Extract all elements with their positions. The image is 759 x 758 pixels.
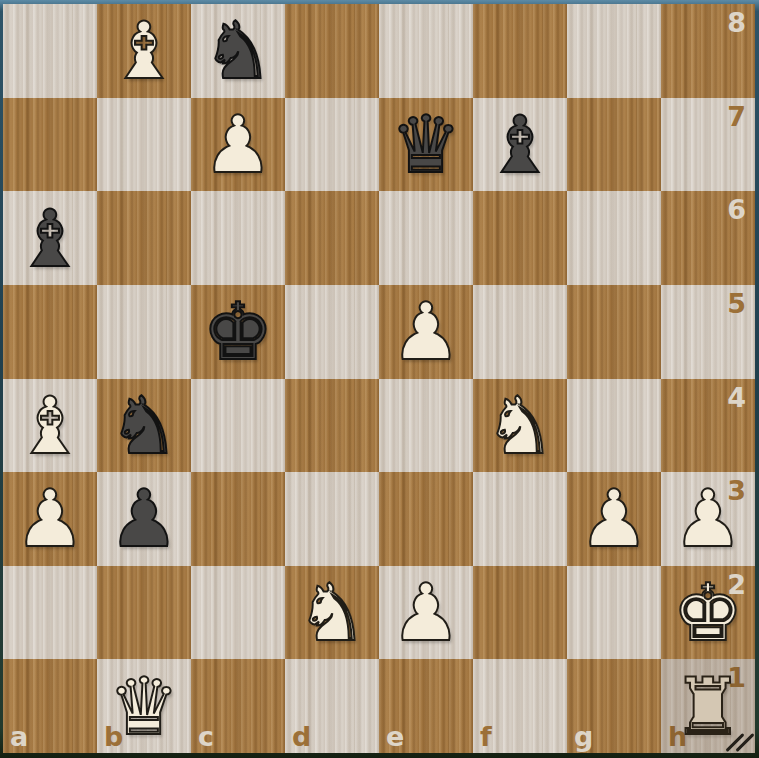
black-bishop[interactable]: ♝ [3,192,97,285]
square-h2[interactable]: 2♚ [661,566,755,660]
square-e3[interactable] [379,472,473,566]
square-g5[interactable] [567,285,661,379]
rank-label-8: 8 [727,9,746,36]
square-g7[interactable] [567,98,661,192]
square-g3[interactable]: ♟ [567,472,661,566]
file-label-f: f [480,723,492,750]
rank-label-7: 7 [727,103,746,130]
square-d8[interactable] [285,4,379,98]
square-c5[interactable]: ♚ [191,285,285,379]
square-b5[interactable] [97,285,191,379]
square-d5[interactable] [285,285,379,379]
black-queen[interactable]: ♛ [379,99,473,192]
black-knight[interactable]: ♞ [191,5,285,98]
file-label-e: e [386,723,404,750]
square-f4[interactable]: ♞ [473,379,567,473]
square-f3[interactable] [473,472,567,566]
square-e2[interactable]: ♟ [379,566,473,660]
square-c4[interactable] [191,379,285,473]
square-e6[interactable] [379,191,473,285]
square-f1[interactable]: f [473,659,567,753]
square-g8[interactable] [567,4,661,98]
square-g6[interactable] [567,191,661,285]
white-pawn[interactable]: ♟ [567,473,661,566]
square-h5[interactable]: 5 [661,285,755,379]
square-a2[interactable] [3,566,97,660]
white-pawn[interactable]: ♟ [379,286,473,379]
square-c6[interactable] [191,191,285,285]
square-e7[interactable]: ♛ [379,98,473,192]
square-b7[interactable] [97,98,191,192]
white-pawn[interactable]: ♟ [3,473,97,566]
square-f8[interactable] [473,4,567,98]
square-f7[interactable]: ♝ [473,98,567,192]
square-d2[interactable]: ♞ [285,566,379,660]
black-pawn[interactable]: ♟ [97,473,191,566]
chess-board: ♝♞8♟♛♝7♝6♚♟5♝♞♞4♟♟♟3♟♞♟2♚ab♛cdefg1h♜ [3,4,755,753]
black-king[interactable]: ♚ [191,286,285,379]
square-g1[interactable]: g [567,659,661,753]
square-h8[interactable]: 8 [661,4,755,98]
square-c3[interactable] [191,472,285,566]
file-label-g: g [574,723,593,750]
square-d1[interactable]: d [285,659,379,753]
rank-label-5: 5 [727,290,746,317]
square-d7[interactable] [285,98,379,192]
square-f6[interactable] [473,191,567,285]
square-c8[interactable]: ♞ [191,4,285,98]
white-bishop[interactable]: ♝ [3,380,97,473]
square-b2[interactable] [97,566,191,660]
square-a1[interactable]: a [3,659,97,753]
square-a4[interactable]: ♝ [3,379,97,473]
square-b6[interactable] [97,191,191,285]
square-e5[interactable]: ♟ [379,285,473,379]
square-h6[interactable]: 6 [661,191,755,285]
white-king[interactable]: ♚ [661,567,755,660]
square-d3[interactable] [285,472,379,566]
white-knight[interactable]: ♞ [473,380,567,473]
square-c2[interactable] [191,566,285,660]
square-c7[interactable]: ♟ [191,98,285,192]
white-knight[interactable]: ♞ [285,567,379,660]
square-b4[interactable]: ♞ [97,379,191,473]
square-d6[interactable] [285,191,379,285]
square-a6[interactable]: ♝ [3,191,97,285]
square-e8[interactable] [379,4,473,98]
square-e1[interactable]: e [379,659,473,753]
square-h4[interactable]: 4 [661,379,755,473]
square-f2[interactable] [473,566,567,660]
white-bishop[interactable]: ♝ [97,5,191,98]
square-d4[interactable] [285,379,379,473]
white-queen[interactable]: ♛ [97,660,191,753]
rank-label-6: 6 [727,196,746,223]
resize-grip-icon[interactable] [725,729,755,755]
rank-label-4: 4 [727,384,746,411]
square-b3[interactable]: ♟ [97,472,191,566]
square-a3[interactable]: ♟ [3,472,97,566]
black-bishop[interactable]: ♝ [473,99,567,192]
black-knight[interactable]: ♞ [97,380,191,473]
square-h7[interactable]: 7 [661,98,755,192]
square-b8[interactable]: ♝ [97,4,191,98]
square-a8[interactable] [3,4,97,98]
square-e4[interactable] [379,379,473,473]
file-label-d: d [292,723,311,750]
square-f5[interactable] [473,285,567,379]
square-g2[interactable] [567,566,661,660]
square-b1[interactable]: b♛ [97,659,191,753]
white-pawn[interactable]: ♟ [191,99,285,192]
white-pawn[interactable]: ♟ [379,567,473,660]
file-label-c: c [198,723,214,750]
square-h3[interactable]: 3♟ [661,472,755,566]
square-a5[interactable] [3,285,97,379]
square-c1[interactable]: c [191,659,285,753]
square-a7[interactable] [3,98,97,192]
square-g4[interactable] [567,379,661,473]
white-pawn[interactable]: ♟ [661,473,755,566]
file-label-a: a [10,723,28,750]
